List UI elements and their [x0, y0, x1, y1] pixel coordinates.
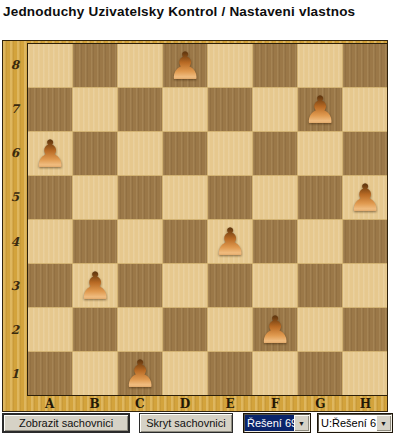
square-a8[interactable] — [28, 44, 72, 87]
board-squares: ♟♟♟♟♟♟♟♟ — [28, 44, 387, 395]
board-squares-frame: ♟♟♟♟♟♟♟♟ — [27, 43, 388, 396]
file-label: A — [27, 396, 72, 411]
rank-label: 1 — [3, 352, 27, 396]
white-pawn[interactable]: ♟ — [123, 353, 157, 395]
square-b3[interactable]: ♟ — [73, 264, 117, 307]
file-label: E — [208, 396, 253, 411]
square-c2[interactable] — [118, 308, 162, 351]
square-d8[interactable]: ♟ — [163, 44, 207, 87]
square-f8[interactable] — [253, 44, 297, 87]
file-label: F — [253, 396, 298, 411]
square-e2[interactable] — [208, 308, 252, 351]
square-c4[interactable] — [118, 220, 162, 263]
rank-label: 5 — [3, 175, 27, 219]
square-b6[interactable] — [73, 132, 117, 175]
white-pawn[interactable]: ♟ — [348, 177, 382, 219]
square-h8[interactable] — [343, 44, 387, 87]
square-f6[interactable] — [253, 132, 297, 175]
square-g4[interactable] — [298, 220, 342, 263]
square-d4[interactable] — [163, 220, 207, 263]
square-b8[interactable] — [73, 44, 117, 87]
square-b4[interactable] — [73, 220, 117, 263]
white-pawn[interactable]: ♟ — [78, 265, 112, 307]
square-e7[interactable] — [208, 88, 252, 131]
square-e1[interactable] — [208, 352, 252, 395]
page-title: Jednoduchy Uzivatelsky Kontrol / Nastave… — [3, 4, 396, 19]
file-label: H — [343, 396, 388, 411]
square-f5[interactable] — [253, 176, 297, 219]
square-f2[interactable]: ♟ — [253, 308, 297, 351]
square-e5[interactable] — [208, 176, 252, 219]
rank-label: 6 — [3, 131, 27, 175]
square-g3[interactable] — [298, 264, 342, 307]
app-window: Jednoduchy Uzivatelsky Kontrol / Nastave… — [0, 0, 396, 440]
file-label: C — [117, 396, 162, 411]
white-pawn[interactable]: ♟ — [33, 133, 67, 175]
file-label: D — [162, 396, 207, 411]
square-b2[interactable] — [73, 308, 117, 351]
square-e4[interactable]: ♟ — [208, 220, 252, 263]
square-g5[interactable] — [298, 176, 342, 219]
rank-label: 3 — [3, 264, 27, 308]
solution-dropdown[interactable]: Řešení 69 ▼ — [244, 414, 310, 432]
square-b5[interactable] — [73, 176, 117, 219]
square-g7[interactable]: ♟ — [298, 88, 342, 131]
user-solution-dropdown[interactable]: U:Řešení 6 ▼ — [318, 414, 392, 432]
rank-label: 7 — [3, 87, 27, 131]
white-pawn[interactable]: ♟ — [168, 45, 202, 87]
square-f7[interactable] — [253, 88, 297, 131]
user-solution-dropdown-value: U:Řešení 6 — [319, 415, 376, 431]
square-e6[interactable] — [208, 132, 252, 175]
square-h7[interactable] — [343, 88, 387, 131]
rank-label: 2 — [3, 308, 27, 352]
square-c1[interactable]: ♟ — [118, 352, 162, 395]
square-h5[interactable]: ♟ — [343, 176, 387, 219]
square-d7[interactable] — [163, 88, 207, 131]
rank-label: 4 — [3, 220, 27, 264]
square-d2[interactable] — [163, 308, 207, 351]
rank-label: 8 — [3, 43, 27, 87]
square-h1[interactable] — [343, 352, 387, 395]
square-b7[interactable] — [73, 88, 117, 131]
square-d3[interactable] — [163, 264, 207, 307]
hide-board-button[interactable]: Skryt sachovnici — [139, 413, 233, 433]
square-c3[interactable] — [118, 264, 162, 307]
square-d1[interactable] — [163, 352, 207, 395]
square-a4[interactable] — [28, 220, 72, 263]
square-g2[interactable] — [298, 308, 342, 351]
white-pawn[interactable]: ♟ — [213, 221, 247, 263]
square-h6[interactable] — [343, 132, 387, 175]
square-a6[interactable]: ♟ — [28, 132, 72, 175]
square-g8[interactable] — [298, 44, 342, 87]
rank-labels: 87654321 — [3, 43, 27, 396]
square-b1[interactable] — [73, 352, 117, 395]
white-pawn[interactable]: ♟ — [303, 89, 337, 131]
square-c8[interactable] — [118, 44, 162, 87]
square-h3[interactable] — [343, 264, 387, 307]
chess-board: 87654321 ♟♟♟♟♟♟♟♟ ABCDEFGH — [2, 40, 388, 412]
file-label: B — [72, 396, 117, 411]
square-c5[interactable] — [118, 176, 162, 219]
square-f4[interactable] — [253, 220, 297, 263]
square-h4[interactable] — [343, 220, 387, 263]
show-board-button[interactable]: Zobrazit sachovnici — [2, 413, 130, 433]
square-a7[interactable] — [28, 88, 72, 131]
square-g6[interactable] — [298, 132, 342, 175]
square-a1[interactable] — [28, 352, 72, 395]
square-f1[interactable] — [253, 352, 297, 395]
square-h2[interactable] — [343, 308, 387, 351]
solution-dropdown-value: Řešení 69 — [245, 415, 294, 431]
chevron-down-icon[interactable]: ▼ — [294, 415, 309, 431]
square-f3[interactable] — [253, 264, 297, 307]
square-d6[interactable] — [163, 132, 207, 175]
square-c6[interactable] — [118, 132, 162, 175]
square-a2[interactable] — [28, 308, 72, 351]
square-e8[interactable] — [208, 44, 252, 87]
file-label: G — [298, 396, 343, 411]
square-a3[interactable] — [28, 264, 72, 307]
square-c7[interactable] — [118, 88, 162, 131]
square-g1[interactable] — [298, 352, 342, 395]
chevron-down-icon[interactable]: ▼ — [376, 415, 391, 431]
file-labels: ABCDEFGH — [27, 396, 388, 411]
square-e3[interactable] — [208, 264, 252, 307]
square-d5[interactable] — [163, 176, 207, 219]
square-a5[interactable] — [28, 176, 72, 219]
white-pawn[interactable]: ♟ — [258, 309, 292, 351]
